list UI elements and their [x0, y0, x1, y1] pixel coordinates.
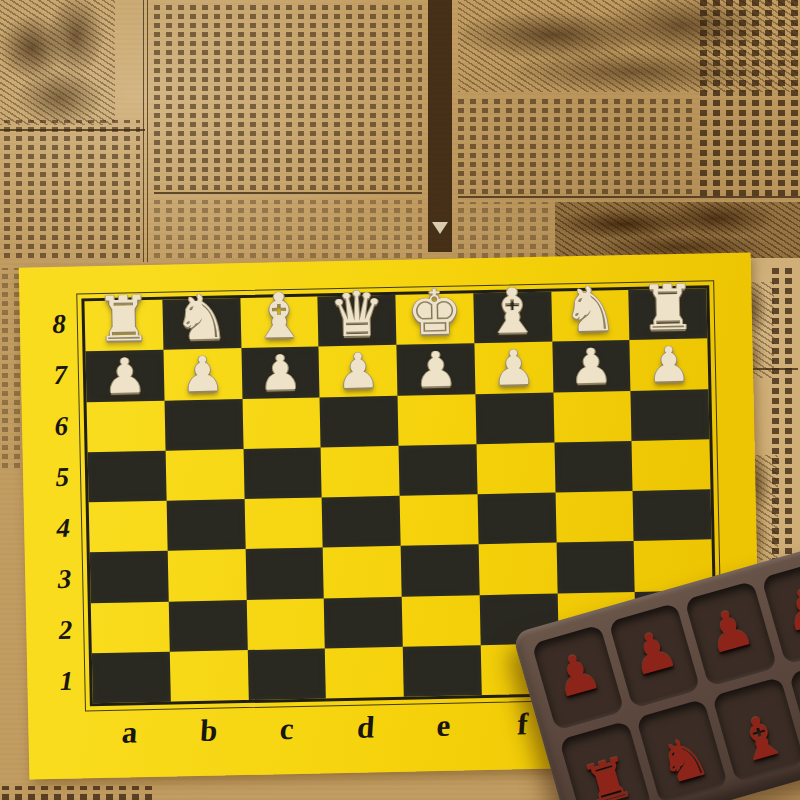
piece-white-pawn[interactable]: ♟	[319, 345, 398, 395]
piece-white-pawn[interactable]: ♟	[552, 340, 631, 390]
square-e7[interactable]: ♟	[396, 343, 475, 395]
square-g7[interactable]: ♟	[552, 340, 631, 392]
rank-label-6: 6	[38, 401, 79, 453]
square-f5[interactable]	[476, 442, 555, 494]
file-label-c: c	[246, 707, 327, 751]
rank-label-5: 5	[39, 452, 80, 504]
rank-label-3: 3	[41, 553, 82, 605]
piece-white-pawn[interactable]: ♟	[241, 347, 320, 397]
square-f8[interactable]: ♝	[473, 292, 552, 344]
square-e5[interactable]	[399, 444, 478, 496]
newspaper-text-strip	[2, 786, 157, 800]
newspaper-divider	[143, 0, 148, 262]
square-h5[interactable]	[632, 439, 711, 491]
square-f3[interactable]	[478, 543, 557, 595]
square-c7[interactable]: ♟	[241, 347, 320, 399]
newspaper-rule	[0, 129, 145, 131]
square-f4[interactable]	[477, 493, 556, 545]
rank-label-2: 2	[42, 604, 83, 656]
file-label-d: d	[325, 706, 406, 750]
square-a1[interactable]	[92, 651, 171, 703]
square-e2[interactable]	[402, 595, 481, 647]
square-e4[interactable]	[400, 494, 479, 546]
square-f6[interactable]	[475, 392, 554, 444]
piece-red-bishop[interactable]: ♝	[729, 705, 793, 773]
square-d7[interactable]: ♟	[319, 345, 398, 397]
square-c5[interactable]	[243, 447, 322, 499]
square-d1[interactable]	[325, 647, 404, 699]
square-c1[interactable]	[247, 648, 326, 700]
square-h8[interactable]: ♜	[629, 288, 708, 340]
newspaper-headline-bar	[428, 0, 452, 252]
arrow-icon	[432, 222, 448, 234]
square-e8[interactable]: ♚	[395, 293, 474, 345]
square-d4[interactable]	[322, 496, 401, 548]
piece-white-knight[interactable]: ♞	[162, 286, 241, 350]
square-c2[interactable]	[246, 598, 325, 650]
newspaper-illustration-flowers	[0, 0, 115, 125]
square-d5[interactable]	[321, 446, 400, 498]
square-e1[interactable]	[403, 645, 482, 697]
rank-label-8: 8	[35, 299, 76, 351]
piece-white-pawn[interactable]: ♟	[85, 350, 164, 400]
square-h4[interactable]	[633, 489, 712, 541]
square-b1[interactable]	[170, 650, 249, 702]
square-a4[interactable]	[89, 501, 168, 553]
square-g3[interactable]	[556, 541, 635, 593]
square-c3[interactable]	[245, 548, 324, 600]
square-h7[interactable]: ♟	[630, 339, 709, 391]
square-b8[interactable]: ♞	[162, 298, 241, 350]
tray-cell[interactable]: ♞	[635, 699, 728, 800]
square-c8[interactable]: ♝	[240, 296, 319, 348]
piece-red-rook[interactable]: ♜	[576, 748, 640, 800]
newspaper-text-column	[458, 96, 694, 194]
rank-label-7: 7	[36, 350, 77, 402]
newspaper-illustration-landscape	[555, 202, 800, 260]
square-b5[interactable]	[165, 449, 244, 501]
square-d6[interactable]	[320, 395, 399, 447]
rank-label-4: 4	[40, 502, 81, 554]
tray-cell[interactable]: ♟	[608, 603, 701, 709]
piece-white-knight[interactable]: ♞	[551, 278, 630, 342]
square-a7[interactable]: ♟	[85, 350, 164, 402]
square-f7[interactable]: ♟	[474, 342, 553, 394]
piece-red-pawn[interactable]: ♟	[700, 599, 759, 662]
square-g4[interactable]	[555, 491, 634, 543]
newspaper-rule	[154, 192, 422, 194]
square-g8[interactable]: ♞	[551, 290, 630, 342]
square-a8[interactable]: ♜	[84, 300, 163, 352]
tray-cell[interactable]: ♜	[559, 721, 652, 800]
square-b3[interactable]	[167, 549, 246, 601]
square-b7[interactable]: ♟	[163, 348, 242, 400]
newspaper-text-column	[154, 200, 422, 258]
piece-white-rook[interactable]: ♜	[84, 288, 163, 352]
square-h6[interactable]	[631, 389, 710, 441]
piece-white-queen[interactable]: ♛	[317, 283, 396, 347]
newspaper-text-column	[154, 2, 422, 190]
newspaper-text-column	[700, 0, 800, 196]
piece-red-pawn[interactable]: ♟	[777, 578, 800, 641]
square-b4[interactable]	[166, 499, 245, 551]
newspaper-text-column	[458, 202, 550, 258]
square-e3[interactable]	[401, 544, 480, 596]
photo-scene: 87654321 ♜♞♝♛♚♝♞♜♟♟♟♟♟♟♟♟ abcdefgh ♟♟♟♟♟…	[0, 0, 800, 800]
square-g5[interactable]	[554, 441, 633, 493]
square-a5[interactable]	[88, 450, 167, 502]
rank-label-1: 1	[43, 655, 84, 707]
piece-red-pawn[interactable]: ♟	[547, 643, 606, 706]
newspaper-text-column	[4, 120, 140, 258]
square-a6[interactable]	[87, 400, 166, 452]
square-c4[interactable]	[244, 497, 323, 549]
piece-red-pawn[interactable]: ♟	[624, 621, 683, 684]
square-b6[interactable]	[164, 399, 243, 451]
piece-white-pawn[interactable]: ♟	[396, 344, 475, 394]
square-a3[interactable]	[90, 551, 169, 603]
piece-white-bishop[interactable]: ♝	[473, 280, 552, 344]
square-d2[interactable]	[324, 596, 403, 648]
rank-labels: 87654321	[35, 299, 84, 708]
file-label-a: a	[89, 711, 170, 755]
newspaper-rule	[458, 196, 800, 198]
square-c6[interactable]	[242, 397, 321, 449]
piece-white-pawn[interactable]: ♟	[474, 342, 553, 392]
square-e6[interactable]	[397, 394, 476, 446]
piece-white-bishop[interactable]: ♝	[240, 285, 319, 349]
piece-white-pawn[interactable]: ♟	[163, 349, 242, 399]
piece-white-rook[interactable]: ♜	[628, 277, 707, 341]
square-b2[interactable]	[168, 600, 247, 652]
square-d8[interactable]: ♛	[318, 295, 397, 347]
piece-white-pawn[interactable]: ♟	[630, 339, 709, 389]
tray-cell[interactable]: ♟	[684, 581, 777, 687]
piece-red-knight[interactable]: ♞	[652, 727, 716, 795]
piece-white-king[interactable]: ♚	[395, 281, 474, 345]
tray-cell[interactable]: ♝	[712, 677, 800, 783]
square-d3[interactable]	[323, 546, 402, 598]
square-a2[interactable]	[91, 601, 170, 653]
file-label-e: e	[403, 704, 484, 748]
square-g6[interactable]	[553, 390, 632, 442]
tray-cell[interactable]: ♟	[532, 625, 625, 731]
file-label-b: b	[168, 709, 249, 753]
